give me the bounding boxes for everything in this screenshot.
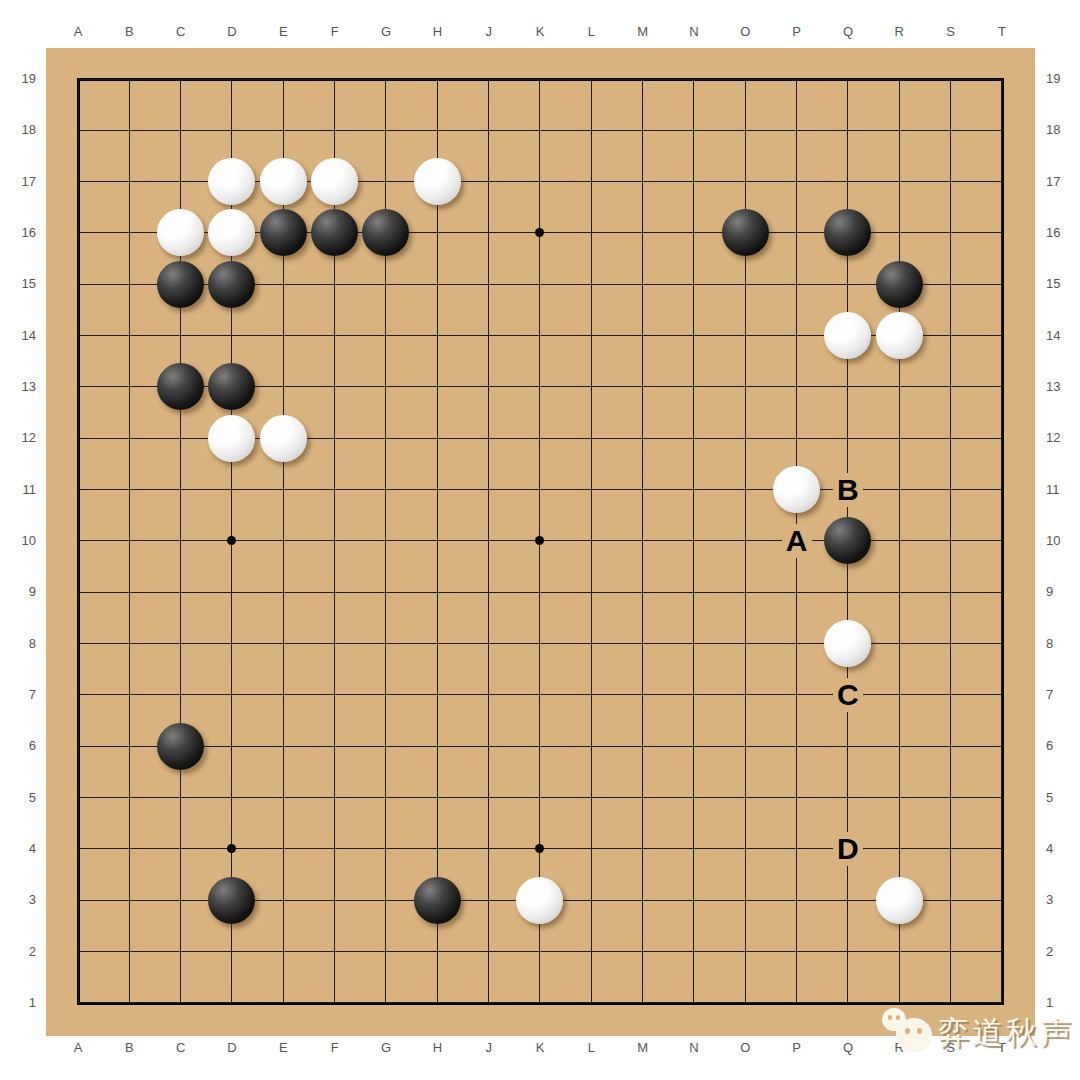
- stone-cell: [412, 156, 463, 207]
- row-label-left: 19: [6, 71, 36, 87]
- row-label-right: 16: [1046, 225, 1076, 241]
- row-label-left: 3: [6, 892, 36, 908]
- stone-cell: [258, 156, 309, 207]
- row-label-left: 16: [6, 225, 36, 241]
- column-label-bottom: A: [63, 1040, 93, 1056]
- column-label-top: Q: [833, 24, 863, 40]
- label-cell: A: [771, 515, 822, 566]
- row-label-right: 15: [1046, 276, 1076, 292]
- row-label-right: 18: [1046, 122, 1076, 138]
- label-cell: C: [822, 669, 873, 720]
- column-label-top: A: [63, 24, 93, 40]
- black-stone-h3: [414, 877, 461, 924]
- column-label-top: B: [114, 24, 144, 40]
- white-stone-h17: [414, 158, 461, 205]
- row-label-right: 10: [1046, 533, 1076, 549]
- white-stone-d12: [208, 415, 255, 462]
- black-stone-g16: [362, 209, 409, 256]
- stone-cell: [155, 361, 206, 412]
- black-stone-f16: [311, 209, 358, 256]
- column-label-bottom: H: [422, 1040, 452, 1056]
- column-label-bottom: C: [166, 1040, 196, 1056]
- watermark-text: 弈道秋声: [938, 1012, 1074, 1054]
- stone-cell: [360, 207, 411, 258]
- column-label-bottom: O: [730, 1040, 760, 1056]
- column-label-top: L: [576, 24, 606, 40]
- point-label-a: A: [782, 524, 812, 558]
- white-stone-r3: [876, 877, 923, 924]
- column-label-top: D: [217, 24, 247, 40]
- white-stone-c16: [157, 209, 204, 256]
- stone-cell: [155, 207, 206, 258]
- stone-cell: [155, 259, 206, 310]
- row-label-right: 4: [1046, 841, 1076, 857]
- stone-cell: [309, 156, 360, 207]
- black-stone-c15: [157, 261, 204, 308]
- row-label-right: 13: [1046, 379, 1076, 395]
- stone-cell: [412, 875, 463, 926]
- row-label-left: 1: [6, 995, 36, 1011]
- row-label-left: 14: [6, 328, 36, 344]
- column-label-top: O: [730, 24, 760, 40]
- row-label-left: 2: [6, 944, 36, 960]
- column-label-bottom: D: [217, 1040, 247, 1056]
- black-stone-c6: [157, 723, 204, 770]
- stone-cell: [514, 875, 565, 926]
- stone-cell: [206, 207, 257, 258]
- row-label-right: 14: [1046, 328, 1076, 344]
- black-stone-c13: [157, 363, 204, 410]
- stone-cell: [206, 259, 257, 310]
- column-label-bottom: K: [525, 1040, 555, 1056]
- column-label-top: M: [628, 24, 658, 40]
- row-label-left: 17: [6, 174, 36, 190]
- column-label-bottom: Q: [833, 1040, 863, 1056]
- black-stone-q16: [824, 209, 871, 256]
- stone-cell: [206, 413, 257, 464]
- stone-cell: [206, 875, 257, 926]
- column-label-bottom: L: [576, 1040, 606, 1056]
- row-label-right: 11: [1046, 482, 1076, 498]
- row-label-left: 6: [6, 738, 36, 754]
- white-stone-e12: [260, 415, 307, 462]
- row-label-right: 3: [1046, 892, 1076, 908]
- column-label-top: R: [884, 24, 914, 40]
- point-label-d: D: [833, 832, 863, 866]
- column-label-bottom: P: [782, 1040, 812, 1056]
- row-label-right: 8: [1046, 636, 1076, 652]
- stone-cell: [822, 515, 873, 566]
- black-stone-d15: [208, 261, 255, 308]
- stone-cell: [309, 207, 360, 258]
- stone-cell: [155, 721, 206, 772]
- stone-cell: [874, 310, 925, 361]
- column-label-bottom: J: [474, 1040, 504, 1056]
- row-label-right: 2: [1046, 944, 1076, 960]
- column-label-bottom: F: [320, 1040, 350, 1056]
- point-label-b: B: [833, 473, 863, 507]
- column-label-top: C: [166, 24, 196, 40]
- column-label-bottom: N: [679, 1040, 709, 1056]
- stone-cell: [822, 207, 873, 258]
- row-label-right: 12: [1046, 430, 1076, 446]
- column-label-top: J: [474, 24, 504, 40]
- row-label-left: 4: [6, 841, 36, 857]
- white-stone-q14: [824, 312, 871, 359]
- white-stone-q8: [824, 620, 871, 667]
- column-label-top: G: [371, 24, 401, 40]
- go-diagram: ABCD AABBCCDDEEFFGGHHJJKKLLMMNNOOPPQQRRS…: [0, 0, 1080, 1080]
- row-label-right: 7: [1046, 687, 1076, 703]
- white-stone-d16: [208, 209, 255, 256]
- row-label-right: 5: [1046, 790, 1076, 806]
- black-stone-q10: [824, 517, 871, 564]
- row-label-right: 17: [1046, 174, 1076, 190]
- point-label-c: C: [833, 678, 863, 712]
- column-label-top: T: [987, 24, 1017, 40]
- row-label-left: 18: [6, 122, 36, 138]
- row-label-left: 9: [6, 584, 36, 600]
- column-label-bottom: B: [114, 1040, 144, 1056]
- row-label-left: 7: [6, 687, 36, 703]
- row-label-left: 10: [6, 533, 36, 549]
- column-label-top: N: [679, 24, 709, 40]
- stone-cell: [206, 361, 257, 412]
- stone-cell: [822, 310, 873, 361]
- watermark: 弈道秋声: [878, 1000, 1064, 1064]
- black-stone-d13: [208, 363, 255, 410]
- row-label-left: 5: [6, 790, 36, 806]
- row-label-left: 11: [6, 482, 36, 498]
- white-stone-k3: [516, 877, 563, 924]
- wechat-big-bubble: [896, 1018, 932, 1052]
- row-label-right: 9: [1046, 584, 1076, 600]
- white-stone-r14: [876, 312, 923, 359]
- black-stone-d3: [208, 877, 255, 924]
- column-label-top: E: [268, 24, 298, 40]
- column-label-top: F: [320, 24, 350, 40]
- row-label-left: 13: [6, 379, 36, 395]
- row-label-left: 15: [6, 276, 36, 292]
- stone-cell: [874, 259, 925, 310]
- column-label-top: H: [422, 24, 452, 40]
- row-label-left: 12: [6, 430, 36, 446]
- stone-cell: [822, 618, 873, 669]
- row-label-left: 8: [6, 636, 36, 652]
- black-stone-r15: [876, 261, 923, 308]
- black-stone-o16: [722, 209, 769, 256]
- row-label-right: 6: [1046, 738, 1076, 754]
- column-label-bottom: G: [371, 1040, 401, 1056]
- column-label-bottom: M: [628, 1040, 658, 1056]
- white-stone-d17: [208, 158, 255, 205]
- black-stone-e16: [260, 209, 307, 256]
- stone-cell: [258, 207, 309, 258]
- label-cell: D: [822, 823, 873, 874]
- column-label-bottom: E: [268, 1040, 298, 1056]
- stone-cell: [720, 207, 771, 258]
- column-label-top: K: [525, 24, 555, 40]
- label-cell: B: [822, 464, 873, 515]
- stone-cell: [771, 464, 822, 515]
- stone-cell: [874, 875, 925, 926]
- column-label-top: S: [936, 24, 966, 40]
- stones-grid: ABCD: [52, 53, 1027, 1028]
- white-stone-f17: [311, 158, 358, 205]
- column-label-top: P: [782, 24, 812, 40]
- stone-cell: [206, 156, 257, 207]
- white-stone-e17: [260, 158, 307, 205]
- row-label-right: 19: [1046, 71, 1076, 87]
- stone-cell: [258, 413, 309, 464]
- white-stone-p11: [773, 466, 820, 513]
